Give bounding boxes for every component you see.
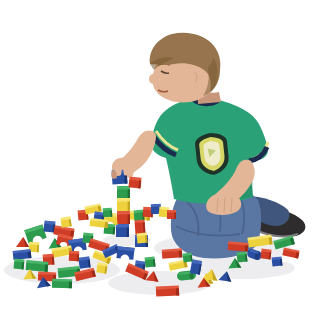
block-cube-blue	[272, 257, 283, 267]
block-cube-green	[237, 252, 248, 263]
block-cube-yellow	[137, 233, 148, 244]
block-cube-yellow	[60, 216, 71, 227]
block-cube-green	[182, 252, 192, 262]
nose	[149, 74, 157, 84]
block-brick-green	[52, 279, 72, 289]
block-brick-blue	[13, 249, 32, 260]
block-cube-green	[103, 208, 113, 218]
block-brick-red	[162, 248, 183, 258]
block-cube-red	[117, 211, 130, 224]
block-cube-blue	[78, 256, 90, 268]
block-cube-green	[117, 186, 130, 198]
block-cube-red	[128, 176, 141, 188]
thumb	[111, 171, 117, 179]
block-cube-red	[167, 210, 176, 219]
finger-front-2	[123, 166, 130, 175]
block-cube-green	[145, 257, 156, 268]
block-cube-red	[69, 251, 80, 262]
block-brick-red	[228, 241, 249, 252]
block-brick-red	[156, 285, 179, 296]
block-brick-green	[26, 260, 49, 272]
boy-head	[149, 33, 221, 104]
block-cube-green	[14, 259, 25, 270]
block-cube-blue	[116, 224, 129, 237]
block-cube-blue	[43, 220, 55, 232]
block-cube-yellow	[96, 262, 107, 273]
scene-illustration	[0, 0, 320, 318]
block-cube-red	[260, 248, 271, 259]
product-photo	[0, 0, 320, 318]
block-cube-yellow	[117, 198, 130, 211]
